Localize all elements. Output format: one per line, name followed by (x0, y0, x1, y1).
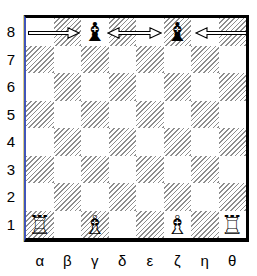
file-label-e: ε (136, 250, 164, 272)
square-d3[interactable] (109, 156, 137, 184)
square-b8[interactable] (54, 18, 82, 46)
square-b6[interactable] (54, 73, 82, 101)
piece-black-bishop-f8[interactable]: ♝ (166, 19, 189, 46)
rank-label-7: 7 (0, 46, 22, 74)
square-a3[interactable] (26, 156, 54, 184)
square-d6[interactable] (109, 73, 137, 101)
square-g8[interactable] (191, 18, 219, 46)
square-a6[interactable] (26, 73, 54, 101)
square-g5[interactable] (191, 101, 219, 129)
square-b5[interactable] (54, 101, 82, 129)
square-h5[interactable] (219, 101, 247, 129)
piece-white-bishop-c1[interactable]: ♗ (83, 211, 106, 238)
board-frame: ♝♝♖♗♗♖ (24, 15, 249, 242)
square-f8[interactable]: ♝ (164, 18, 192, 46)
square-g3[interactable] (191, 156, 219, 184)
square-c5[interactable] (81, 101, 109, 129)
board: ♝♝♖♗♗♖ (26, 18, 246, 238)
rank-label-3: 3 (0, 156, 22, 184)
square-h3[interactable] (219, 156, 247, 184)
piece-white-rook-a1[interactable]: ♖ (28, 211, 51, 238)
file-labels: αβγδεζηθ (26, 250, 246, 272)
square-f3[interactable] (164, 156, 192, 184)
square-d8[interactable] (109, 18, 137, 46)
square-d4[interactable] (109, 128, 137, 156)
square-f1[interactable]: ♗ (164, 211, 192, 239)
square-a7[interactable] (26, 46, 54, 74)
square-b4[interactable] (54, 128, 82, 156)
rank-label-6: 6 (0, 73, 22, 101)
square-b2[interactable] (54, 183, 82, 211)
square-h7[interactable] (219, 46, 247, 74)
square-f5[interactable] (164, 101, 192, 129)
file-label-h: θ (219, 250, 247, 272)
file-label-d: δ (109, 250, 137, 272)
square-f7[interactable] (164, 46, 192, 74)
file-label-a: α (26, 250, 54, 272)
chess-diagram: 87654321 ♝♝♖♗♗♖ αβγδεζηθ (0, 0, 257, 276)
file-label-c: γ (81, 250, 109, 272)
rank-label-2: 2 (0, 183, 22, 211)
square-a1[interactable]: ♖ (26, 211, 54, 239)
square-b7[interactable] (54, 46, 82, 74)
square-e2[interactable] (136, 183, 164, 211)
square-f4[interactable] (164, 128, 192, 156)
square-e6[interactable] (136, 73, 164, 101)
square-g6[interactable] (191, 73, 219, 101)
square-c1[interactable]: ♗ (81, 211, 109, 239)
square-c6[interactable] (81, 73, 109, 101)
file-label-f: ζ (164, 250, 192, 272)
square-e4[interactable] (136, 128, 164, 156)
square-g2[interactable] (191, 183, 219, 211)
rank-label-5: 5 (0, 101, 22, 129)
square-h2[interactable] (219, 183, 247, 211)
piece-white-bishop-f1[interactable]: ♗ (166, 211, 189, 238)
square-e1[interactable] (136, 211, 164, 239)
square-e3[interactable] (136, 156, 164, 184)
square-d1[interactable] (109, 211, 137, 239)
square-c2[interactable] (81, 183, 109, 211)
square-b1[interactable] (54, 211, 82, 239)
piece-black-bishop-c8[interactable]: ♝ (83, 19, 106, 46)
piece-white-rook-h1[interactable]: ♖ (221, 211, 244, 238)
square-a2[interactable] (26, 183, 54, 211)
square-g7[interactable] (191, 46, 219, 74)
rank-label-1: 1 (0, 211, 22, 239)
square-f6[interactable] (164, 73, 192, 101)
square-d7[interactable] (109, 46, 137, 74)
square-g4[interactable] (191, 128, 219, 156)
square-b3[interactable] (54, 156, 82, 184)
square-e8[interactable] (136, 18, 164, 46)
square-a5[interactable] (26, 101, 54, 129)
square-e5[interactable] (136, 101, 164, 129)
file-label-g: η (191, 250, 219, 272)
square-h6[interactable] (219, 73, 247, 101)
square-c4[interactable] (81, 128, 109, 156)
square-h8[interactable] (219, 18, 247, 46)
square-e7[interactable] (136, 46, 164, 74)
square-d5[interactable] (109, 101, 137, 129)
rank-labels: 87654321 (0, 18, 22, 238)
square-c3[interactable] (81, 156, 109, 184)
square-g1[interactable] (191, 211, 219, 239)
square-a8[interactable] (26, 18, 54, 46)
square-a4[interactable] (26, 128, 54, 156)
square-c7[interactable] (81, 46, 109, 74)
square-h4[interactable] (219, 128, 247, 156)
file-label-b: β (54, 250, 82, 272)
rank-label-4: 4 (0, 128, 22, 156)
square-h1[interactable]: ♖ (219, 211, 247, 239)
square-d2[interactable] (109, 183, 137, 211)
square-f2[interactable] (164, 183, 192, 211)
square-c8[interactable]: ♝ (81, 18, 109, 46)
rank-label-8: 8 (0, 18, 22, 46)
